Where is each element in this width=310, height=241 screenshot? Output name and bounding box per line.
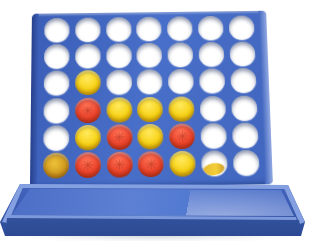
empty-hole [106, 70, 132, 95]
board-cell-r1c2 [72, 17, 103, 44]
board-cell-r4c2 [72, 96, 103, 124]
board-cell-r4c5 [166, 95, 198, 123]
board-cell-r5c5 [166, 122, 198, 150]
board-cell-r6c6 [198, 149, 230, 177]
board-cell-r1c6 [195, 15, 227, 42]
empty-hole [44, 18, 69, 43]
board-cell-r2c7 [227, 41, 259, 68]
empty-hole [233, 150, 260, 176]
board-cell-r1c5 [164, 15, 195, 42]
red-disc [75, 152, 101, 178]
board-cell-r3c7 [228, 67, 260, 94]
board-cell-r1c1 [41, 17, 72, 44]
empty-hole [137, 43, 163, 68]
yellow-disc [75, 124, 101, 150]
board-cell-r6c4 [135, 150, 167, 178]
board-cell-r2c5 [165, 42, 197, 69]
board-cell-r1c7 [226, 14, 258, 41]
board-cell-r3c6 [196, 68, 228, 95]
board-cell-r2c1 [41, 43, 72, 70]
red-disc [106, 124, 132, 150]
board-cell-r5c3 [103, 123, 135, 151]
board-cell-r3c1 [41, 70, 72, 97]
board-cell-r5c1 [40, 124, 72, 152]
board-face [30, 11, 273, 188]
board-cell-r5c2 [72, 123, 104, 151]
red-disc [138, 151, 164, 177]
yellow-disc [106, 97, 132, 122]
board-cell-r2c3 [103, 42, 134, 69]
board-cell-r3c2 [72, 69, 103, 96]
empty-hole [168, 69, 194, 94]
empty-hole [201, 150, 228, 176]
board-cell-r6c5 [167, 150, 199, 178]
empty-hole [167, 16, 193, 41]
empty-hole [43, 98, 69, 123]
empty-hole [168, 43, 194, 68]
red-disc [106, 152, 132, 178]
board-cell-r1c4 [134, 16, 165, 43]
empty-hole [201, 123, 227, 149]
board-cell-r6c3 [104, 150, 136, 178]
board-cell-r4c7 [228, 94, 260, 122]
yellow-disc [138, 124, 164, 150]
empty-hole [232, 122, 259, 148]
board-frame [30, 11, 273, 188]
red-disc [75, 97, 101, 122]
empty-hole [106, 43, 131, 68]
yellow-disc [170, 151, 196, 177]
board-cell-r1c3 [103, 16, 134, 43]
empty-hole [75, 18, 100, 43]
empty-hole [199, 42, 225, 67]
red-disc [169, 123, 195, 149]
board-cell-r6c1 [40, 151, 72, 179]
empty-hole [199, 69, 225, 94]
yellow-disc [169, 96, 195, 121]
board-cell-r6c2 [72, 151, 104, 179]
empty-hole [137, 70, 163, 95]
board-cell-r2c4 [134, 42, 165, 69]
board-cell-r2c2 [72, 43, 103, 70]
board-cell-r3c5 [165, 68, 197, 95]
empty-hole [106, 17, 131, 42]
yellow-disc [137, 96, 163, 121]
empty-hole [230, 42, 256, 67]
empty-hole [44, 44, 69, 69]
board-cell-r4c1 [41, 97, 73, 125]
empty-hole [229, 16, 255, 41]
empty-hole [200, 96, 226, 121]
board-cell-r5c7 [229, 121, 261, 149]
board-cell-r2c6 [196, 41, 228, 68]
board-grid [40, 14, 263, 179]
empty-hole [75, 44, 100, 69]
empty-hole [198, 16, 224, 41]
empty-hole [137, 17, 162, 42]
board-cell-r5c4 [135, 123, 167, 151]
empty-hole [230, 68, 256, 93]
empty-hole [44, 71, 70, 96]
board-cell-r3c3 [103, 69, 134, 96]
yellow-disc [43, 152, 69, 178]
board-cell-r4c6 [197, 95, 229, 123]
empty-hole [231, 95, 257, 120]
yellow-disc [75, 70, 101, 95]
disc-tray [0, 178, 310, 241]
board-cell-r4c4 [135, 95, 167, 123]
empty-hole [43, 125, 69, 151]
board-cell-r3c4 [134, 69, 166, 96]
connect-four-photo [0, 0, 310, 241]
board-left-rail [30, 14, 39, 188]
board-cell-r6c7 [230, 149, 263, 177]
board-cell-r4c3 [103, 96, 135, 124]
board-cell-r5c6 [198, 122, 230, 150]
